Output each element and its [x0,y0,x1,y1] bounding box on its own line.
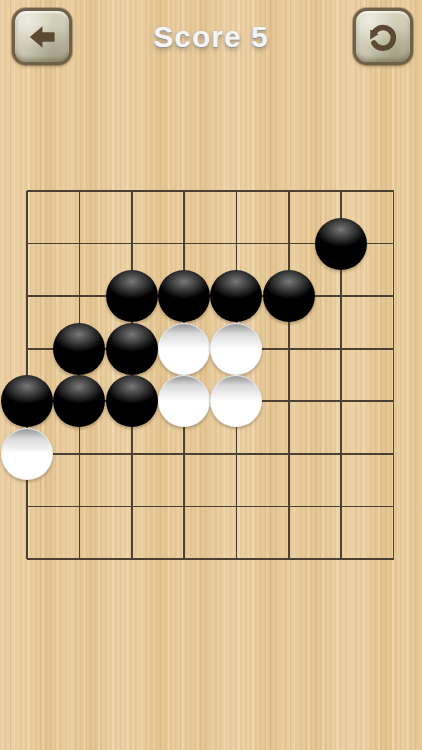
white-stone [158,375,210,427]
black-stone [210,270,262,322]
black-stone [1,375,53,427]
restart-undo-arrow-icon [364,18,402,56]
grid-line [27,558,394,560]
grid-line [27,506,394,508]
black-stone [263,270,315,322]
black-stone [53,375,105,427]
grid-line [393,191,395,559]
grid-line [27,453,394,455]
white-stone [210,323,262,375]
black-stone [106,270,158,322]
white-stone [210,375,262,427]
white-stone [158,323,210,375]
black-stone [315,218,367,270]
white-stone [1,428,53,480]
grid-line [288,191,290,559]
black-stone [158,270,210,322]
top-bar: Score 5 [0,0,422,80]
board[interactable] [27,191,394,559]
grid-line [27,190,394,192]
restart-button[interactable] [353,8,413,65]
black-stone [53,323,105,375]
black-stone [106,323,158,375]
black-stone [106,375,158,427]
